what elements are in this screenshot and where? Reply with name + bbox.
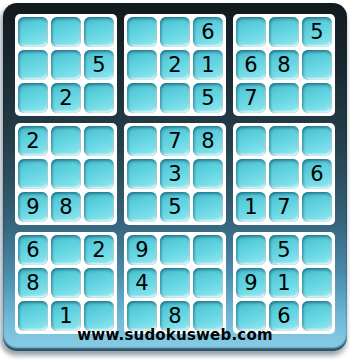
cell-r5c3[interactable]: [84, 159, 114, 189]
cell-r2c9[interactable]: [302, 50, 332, 80]
cell-r6c5[interactable]: 5: [160, 192, 190, 222]
cell-r4c9[interactable]: [302, 126, 332, 156]
cell-r6c9[interactable]: [302, 192, 332, 222]
cell-r5c8[interactable]: [269, 159, 299, 189]
cell-r1c7[interactable]: [236, 17, 266, 47]
cell-r4c8[interactable]: [269, 126, 299, 156]
cell-r1c9[interactable]: 5: [302, 17, 332, 47]
cell-r7c1[interactable]: 6: [18, 235, 48, 265]
cell-r8c5[interactable]: [160, 268, 190, 298]
cell-r5c1[interactable]: [18, 159, 48, 189]
cell-r3c9[interactable]: [302, 83, 332, 113]
cell-r6c8[interactable]: 7: [269, 192, 299, 222]
box-7: 6281: [15, 232, 117, 334]
cell-r3c4[interactable]: [127, 83, 157, 113]
cell-r1c2[interactable]: [51, 17, 81, 47]
cell-r4c4[interactable]: [127, 126, 157, 156]
cell-r8c4[interactable]: 4: [127, 268, 157, 298]
site-url-label: www.sudokusweb.com: [3, 326, 347, 344]
cell-r3c8[interactable]: [269, 83, 299, 113]
cell-r5c2[interactable]: [51, 159, 81, 189]
cell-r8c9[interactable]: [302, 268, 332, 298]
cell-r7c3[interactable]: 2: [84, 235, 114, 265]
cell-r1c5[interactable]: [160, 17, 190, 47]
cell-r8c7[interactable]: 9: [236, 268, 266, 298]
cell-r4c2[interactable]: [51, 126, 81, 156]
cell-r2c8[interactable]: 8: [269, 50, 299, 80]
cell-r3c5[interactable]: [160, 83, 190, 113]
cell-r8c2[interactable]: [51, 268, 81, 298]
box-1: 52: [15, 14, 117, 116]
cell-r1c4[interactable]: [127, 17, 157, 47]
cell-r2c6[interactable]: 1: [193, 50, 223, 80]
cell-r6c6[interactable]: [193, 192, 223, 222]
cell-r4c1[interactable]: 2: [18, 126, 48, 156]
cell-r6c1[interactable]: 9: [18, 192, 48, 222]
cell-r3c3[interactable]: [84, 83, 114, 113]
cell-r2c1[interactable]: [18, 50, 48, 80]
cell-r7c9[interactable]: [302, 235, 332, 265]
cell-r2c5[interactable]: 2: [160, 50, 190, 80]
cell-r7c4[interactable]: 9: [127, 235, 157, 265]
cell-r2c2[interactable]: [51, 50, 81, 80]
box-4: 298: [15, 123, 117, 225]
cell-r5c9[interactable]: 6: [302, 159, 332, 189]
cell-r1c8[interactable]: [269, 17, 299, 47]
cell-r7c5[interactable]: [160, 235, 190, 265]
cell-r1c1[interactable]: [18, 17, 48, 47]
cell-r3c1[interactable]: [18, 83, 48, 113]
cell-r4c6[interactable]: 8: [193, 126, 223, 156]
cell-r5c7[interactable]: [236, 159, 266, 189]
cell-r7c8[interactable]: 5: [269, 235, 299, 265]
sudoku-plaque: 5262155687298783561762819485916 www.sudo…: [3, 3, 347, 351]
cell-r5c5[interactable]: 3: [160, 159, 190, 189]
cell-r7c7[interactable]: [236, 235, 266, 265]
cell-r8c1[interactable]: 8: [18, 268, 48, 298]
cell-r4c7[interactable]: [236, 126, 266, 156]
sudoku-board: 5262155687298783561762819485916: [15, 14, 335, 334]
cell-r2c4[interactable]: [127, 50, 157, 80]
box-6: 617: [233, 123, 335, 225]
cell-r6c4[interactable]: [127, 192, 157, 222]
cell-r5c6[interactable]: [193, 159, 223, 189]
cell-r4c5[interactable]: 7: [160, 126, 190, 156]
cell-r3c2[interactable]: 2: [51, 83, 81, 113]
cell-r6c7[interactable]: 1: [236, 192, 266, 222]
cell-r4c3[interactable]: [84, 126, 114, 156]
box-3: 5687: [233, 14, 335, 116]
box-2: 6215: [124, 14, 226, 116]
cell-r7c2[interactable]: [51, 235, 81, 265]
cell-r3c6[interactable]: 5: [193, 83, 223, 113]
cell-r2c3[interactable]: 5: [84, 50, 114, 80]
box-5: 7835: [124, 123, 226, 225]
cell-r2c7[interactable]: 6: [236, 50, 266, 80]
cell-r1c6[interactable]: 6: [193, 17, 223, 47]
cell-r7c6[interactable]: [193, 235, 223, 265]
cell-r3c7[interactable]: 7: [236, 83, 266, 113]
cell-r6c3[interactable]: [84, 192, 114, 222]
cell-r8c6[interactable]: [193, 268, 223, 298]
cell-r5c4[interactable]: [127, 159, 157, 189]
cell-r8c3[interactable]: [84, 268, 114, 298]
cell-r8c8[interactable]: 1: [269, 268, 299, 298]
box-8: 948: [124, 232, 226, 334]
cell-r6c2[interactable]: 8: [51, 192, 81, 222]
cell-r1c3[interactable]: [84, 17, 114, 47]
box-9: 5916: [233, 232, 335, 334]
